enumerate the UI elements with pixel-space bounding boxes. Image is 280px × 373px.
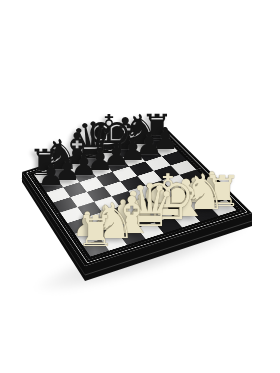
chess-set-photo: ♜♞♝♛♚♝♞♜♟♟♟♟♟♟♟♟♟♟♟♟♟♟♟♟♜♞♝♛♚♝♞♜: [0, 0, 280, 373]
piece-white-rook-a1[interactable]: ♜: [76, 210, 114, 253]
piece-black-pawn-a7[interactable]: ♟: [38, 160, 65, 190]
